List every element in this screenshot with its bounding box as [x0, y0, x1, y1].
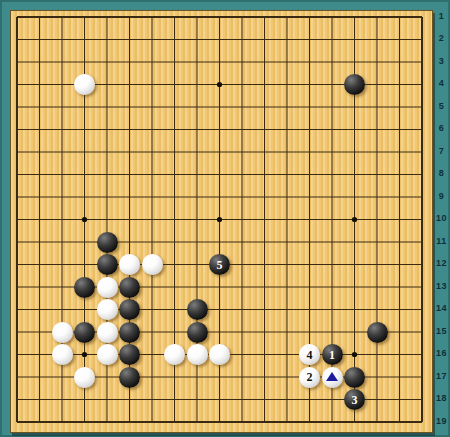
- coordinate-label: 6: [433, 117, 450, 140]
- black-stone: [97, 254, 118, 275]
- white-stone: [97, 322, 118, 343]
- coordinate-label: 11: [433, 230, 450, 253]
- coordinate-label: 10: [433, 207, 450, 230]
- triangle-marker-icon: [326, 372, 338, 381]
- white-stone: [209, 344, 230, 365]
- white-stone: [97, 299, 118, 320]
- black-stone: [74, 277, 95, 298]
- black-stone: [119, 277, 140, 298]
- black-stone-move-1: 1: [322, 344, 343, 365]
- black-stone: [74, 322, 95, 343]
- move-number-label: 4: [307, 349, 313, 361]
- white-stone-move-4: 4: [299, 344, 320, 365]
- black-stone: [187, 322, 208, 343]
- board-frame: 54123 12345678910111213141516171819: [0, 0, 450, 437]
- black-stone-move-3: 3: [344, 389, 365, 410]
- black-stone: [344, 367, 365, 388]
- white-stone: [97, 344, 118, 365]
- black-stone: [367, 322, 388, 343]
- black-stone: [344, 74, 365, 95]
- go-board[interactable]: 54123: [10, 10, 433, 433]
- coordinate-label: 9: [433, 185, 450, 208]
- right-coordinates: 12345678910111213141516171819: [433, 5, 450, 433]
- black-stone: [119, 344, 140, 365]
- move-number-label: 3: [352, 394, 358, 406]
- coordinate-label: 19: [433, 410, 450, 433]
- coordinate-label: 15: [433, 320, 450, 343]
- black-stone: [187, 299, 208, 320]
- white-stone: [74, 367, 95, 388]
- white-stone: [97, 277, 118, 298]
- coordinate-label: 8: [433, 162, 450, 185]
- coordinate-label: 16: [433, 342, 450, 365]
- coordinate-label: 7: [433, 140, 450, 163]
- black-stone: [119, 367, 140, 388]
- white-stone: [74, 74, 95, 95]
- white-stone: [52, 344, 73, 365]
- white-stone: [187, 344, 208, 365]
- move-number-label: 5: [217, 259, 223, 271]
- coordinate-label: 2: [433, 27, 450, 50]
- white-stone: [52, 322, 73, 343]
- white-stone-marked: [322, 367, 343, 388]
- black-stone: [97, 232, 118, 253]
- coordinate-label: 13: [433, 275, 450, 298]
- white-stone: [164, 344, 185, 365]
- coordinate-label: 12: [433, 252, 450, 275]
- coordinate-label: 14: [433, 297, 450, 320]
- move-number-label: 1: [329, 349, 335, 361]
- white-stone: [119, 254, 140, 275]
- black-stone: [119, 322, 140, 343]
- black-stone-move-5: 5: [209, 254, 230, 275]
- black-stone: [119, 299, 140, 320]
- coordinate-label: 1: [433, 5, 450, 28]
- coordinate-label: 17: [433, 365, 450, 388]
- coordinate-label: 5: [433, 95, 450, 118]
- white-stone-move-2: 2: [299, 367, 320, 388]
- coordinate-label: 3: [433, 50, 450, 73]
- move-number-label: 2: [307, 371, 313, 383]
- coordinate-label: 4: [433, 72, 450, 95]
- coordinate-label: 18: [433, 387, 450, 410]
- white-stone: [142, 254, 163, 275]
- stones-layer: 54123: [6, 6, 434, 434]
